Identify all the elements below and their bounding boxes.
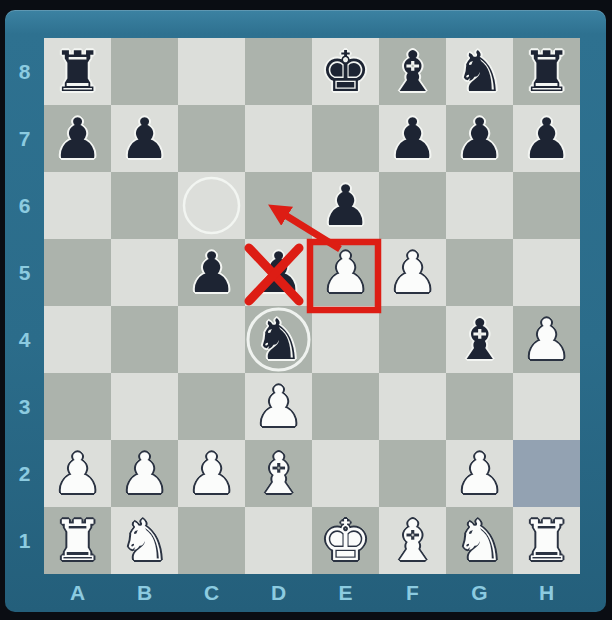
square-b5[interactable] xyxy=(111,239,178,306)
piece-white-king-e1[interactable]: ♚ xyxy=(320,507,370,574)
square-f4[interactable] xyxy=(379,306,446,373)
square-c3[interactable] xyxy=(178,373,245,440)
square-h7[interactable]: ♟ xyxy=(513,105,580,172)
rank-label-8: 8 xyxy=(5,38,44,105)
file-labels: ABCDEFGH xyxy=(44,574,580,612)
square-f1[interactable]: ♝ xyxy=(379,507,446,574)
piece-white-pawn-b2[interactable]: ♟ xyxy=(119,440,169,507)
piece-black-bishop-f8[interactable]: ♝ xyxy=(387,38,437,105)
piece-black-pawn-g7[interactable]: ♟ xyxy=(454,105,504,172)
file-label-d: D xyxy=(245,574,312,612)
rank-label-1: 1 xyxy=(5,507,44,574)
square-f8[interactable]: ♝ xyxy=(379,38,446,105)
square-c5[interactable]: ♟ xyxy=(178,239,245,306)
file-label-h: H xyxy=(513,574,580,612)
square-d5[interactable]: ♟ xyxy=(245,239,312,306)
board[interactable]: ♜♚♝♞♜♟♟♟♟♟♟♟♟♟♟♞♝♟♟♟♟♟♝♟♜♞♚♝♞♜ xyxy=(44,38,580,574)
square-a6[interactable] xyxy=(44,172,111,239)
file-label-g: G xyxy=(446,574,513,612)
square-c7[interactable] xyxy=(178,105,245,172)
square-b1[interactable]: ♞ xyxy=(111,507,178,574)
square-g2[interactable]: ♟ xyxy=(446,440,513,507)
square-g7[interactable]: ♟ xyxy=(446,105,513,172)
square-b7[interactable]: ♟ xyxy=(111,105,178,172)
square-h8[interactable]: ♜ xyxy=(513,38,580,105)
piece-white-bishop-d2[interactable]: ♝ xyxy=(253,440,303,507)
square-g5[interactable] xyxy=(446,239,513,306)
square-d2[interactable]: ♝ xyxy=(245,440,312,507)
file-label-a: A xyxy=(44,574,111,612)
square-h6[interactable] xyxy=(513,172,580,239)
rank-label-6: 6 xyxy=(5,172,44,239)
piece-white-knight-g1[interactable]: ♞ xyxy=(454,507,504,574)
square-d7[interactable] xyxy=(245,105,312,172)
square-c8[interactable] xyxy=(178,38,245,105)
square-h1[interactable]: ♜ xyxy=(513,507,580,574)
chess-app-window: 87654321 ♜♚♝♞♜♟♟♟♟♟♟♟♟♟♟♞♝♟♟♟♟♟♝♟♜♞♚♝♞♜ … xyxy=(0,0,612,620)
square-d4[interactable]: ♞ xyxy=(245,306,312,373)
piece-white-pawn-e5[interactable]: ♟ xyxy=(320,239,370,306)
square-g4[interactable]: ♝ xyxy=(446,306,513,373)
square-g3[interactable] xyxy=(446,373,513,440)
square-h4[interactable]: ♟ xyxy=(513,306,580,373)
piece-black-pawn-f7[interactable]: ♟ xyxy=(387,105,437,172)
square-e8[interactable]: ♚ xyxy=(312,38,379,105)
piece-black-pawn-a7[interactable]: ♟ xyxy=(52,105,102,172)
piece-black-pawn-c5[interactable]: ♟ xyxy=(186,239,236,306)
square-a4[interactable] xyxy=(44,306,111,373)
rank-labels: 87654321 xyxy=(5,38,44,574)
piece-black-rook-h8[interactable]: ♜ xyxy=(521,38,571,105)
square-h3[interactable] xyxy=(513,373,580,440)
square-e3[interactable] xyxy=(312,373,379,440)
square-c6[interactable] xyxy=(178,172,245,239)
square-g8[interactable]: ♞ xyxy=(446,38,513,105)
square-a7[interactable]: ♟ xyxy=(44,105,111,172)
rank-label-7: 7 xyxy=(5,105,44,172)
rank-label-4: 4 xyxy=(5,306,44,373)
file-label-e: E xyxy=(312,574,379,612)
square-e2[interactable] xyxy=(312,440,379,507)
square-b2[interactable]: ♟ xyxy=(111,440,178,507)
file-label-b: B xyxy=(111,574,178,612)
square-f3[interactable] xyxy=(379,373,446,440)
square-a2[interactable]: ♟ xyxy=(44,440,111,507)
square-d8[interactable] xyxy=(245,38,312,105)
piece-white-knight-b1[interactable]: ♞ xyxy=(119,507,169,574)
square-a5[interactable] xyxy=(44,239,111,306)
rank-label-3: 3 xyxy=(5,373,44,440)
square-f5[interactable]: ♟ xyxy=(379,239,446,306)
square-a1[interactable]: ♜ xyxy=(44,507,111,574)
square-b4[interactable] xyxy=(111,306,178,373)
piece-black-pawn-e6[interactable]: ♟ xyxy=(320,172,370,239)
piece-white-rook-h1[interactable]: ♜ xyxy=(521,507,571,574)
square-b3[interactable] xyxy=(111,373,178,440)
square-e1[interactable]: ♚ xyxy=(312,507,379,574)
piece-white-pawn-d3[interactable]: ♟ xyxy=(253,373,303,440)
square-f7[interactable]: ♟ xyxy=(379,105,446,172)
square-h2[interactable] xyxy=(513,440,580,507)
square-b8[interactable] xyxy=(111,38,178,105)
square-d6[interactable] xyxy=(245,172,312,239)
piece-white-bishop-f1[interactable]: ♝ xyxy=(387,507,437,574)
file-label-c: C xyxy=(178,574,245,612)
square-e7[interactable] xyxy=(312,105,379,172)
square-f2[interactable] xyxy=(379,440,446,507)
piece-white-pawn-c2[interactable]: ♟ xyxy=(186,440,236,507)
rank-label-5: 5 xyxy=(5,239,44,306)
rank-label-2: 2 xyxy=(5,440,44,507)
piece-black-pawn-b7[interactable]: ♟ xyxy=(119,105,169,172)
square-e5[interactable]: ♟ xyxy=(312,239,379,306)
square-g1[interactable]: ♞ xyxy=(446,507,513,574)
piece-white-pawn-a2[interactable]: ♟ xyxy=(52,440,102,507)
square-g6[interactable] xyxy=(446,172,513,239)
piece-black-rook-a8[interactable]: ♜ xyxy=(52,38,102,105)
piece-black-pawn-d5[interactable]: ♟ xyxy=(253,239,303,306)
piece-black-knight-d4[interactable]: ♞ xyxy=(253,306,303,373)
square-b6[interactable] xyxy=(111,172,178,239)
square-e4[interactable] xyxy=(312,306,379,373)
piece-white-pawn-f5[interactable]: ♟ xyxy=(387,239,437,306)
piece-black-king-e8[interactable]: ♚ xyxy=(320,38,370,105)
square-c4[interactable] xyxy=(178,306,245,373)
file-label-f: F xyxy=(379,574,446,612)
square-a8[interactable]: ♜ xyxy=(44,38,111,105)
square-d3[interactable]: ♟ xyxy=(245,373,312,440)
square-a3[interactable] xyxy=(44,373,111,440)
piece-white-pawn-g2[interactable]: ♟ xyxy=(454,440,504,507)
square-d1[interactable] xyxy=(245,507,312,574)
square-c2[interactable]: ♟ xyxy=(178,440,245,507)
square-c1[interactable] xyxy=(178,507,245,574)
square-e6[interactable]: ♟ xyxy=(312,172,379,239)
piece-black-pawn-h7[interactable]: ♟ xyxy=(521,105,571,172)
square-f6[interactable] xyxy=(379,172,446,239)
piece-black-knight-g8[interactable]: ♞ xyxy=(454,38,504,105)
piece-black-bishop-g4[interactable]: ♝ xyxy=(454,306,504,373)
piece-white-rook-a1[interactable]: ♜ xyxy=(52,507,102,574)
square-h5[interactable] xyxy=(513,239,580,306)
piece-white-pawn-h4[interactable]: ♟ xyxy=(521,306,571,373)
